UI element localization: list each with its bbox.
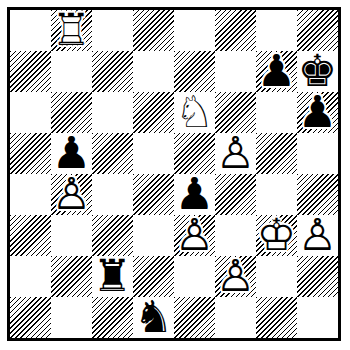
piece-halo: ♜ xyxy=(92,255,133,296)
square-g2[interactable] xyxy=(256,256,297,297)
square-g6[interactable] xyxy=(256,92,297,133)
square-e6[interactable]: ♞♘ xyxy=(174,92,215,133)
square-d1[interactable]: ♞♞ xyxy=(133,297,174,338)
piece-white-rook-b8[interactable]: ♖ xyxy=(51,9,92,50)
square-c5[interactable] xyxy=(92,133,133,174)
square-g1[interactable] xyxy=(256,297,297,338)
square-e1[interactable] xyxy=(174,297,215,338)
square-c2[interactable]: ♜♜ xyxy=(92,256,133,297)
piece-halo: ♟ xyxy=(51,173,92,214)
square-h1[interactable] xyxy=(297,297,338,338)
square-g5[interactable] xyxy=(256,133,297,174)
square-c4[interactable] xyxy=(92,174,133,215)
square-a4[interactable] xyxy=(10,174,51,215)
square-h8[interactable] xyxy=(297,10,338,51)
square-h5[interactable] xyxy=(297,133,338,174)
chess-board: ♜♖♟♟♚♚♞♘♟♟♟♟♟♙♟♙♟♟♟♙♚♔♟♙♜♜♟♙♞♞ xyxy=(10,10,338,338)
piece-white-pawn-e3[interactable]: ♙ xyxy=(174,214,215,255)
square-f2[interactable]: ♟♙ xyxy=(215,256,256,297)
square-c6[interactable] xyxy=(92,92,133,133)
piece-white-pawn-b4[interactable]: ♙ xyxy=(51,173,92,214)
piece-black-knight-d1[interactable]: ♞ xyxy=(133,296,174,337)
square-h7[interactable]: ♚♚ xyxy=(297,51,338,92)
piece-halo: ♚ xyxy=(297,50,338,91)
square-e3[interactable]: ♟♙ xyxy=(174,215,215,256)
square-a3[interactable] xyxy=(10,215,51,256)
square-b6[interactable] xyxy=(51,92,92,133)
square-g4[interactable] xyxy=(256,174,297,215)
piece-black-king-h7[interactable]: ♚ xyxy=(297,50,338,91)
square-h4[interactable] xyxy=(297,174,338,215)
piece-halo: ♟ xyxy=(256,50,297,91)
piece-halo: ♟ xyxy=(215,132,256,173)
piece-halo: ♞ xyxy=(174,91,215,132)
piece-halo: ♟ xyxy=(174,214,215,255)
square-h6[interactable]: ♟♟ xyxy=(297,92,338,133)
piece-black-pawn-e4[interactable]: ♟ xyxy=(174,173,215,214)
piece-halo: ♜ xyxy=(51,9,92,50)
square-e2[interactable] xyxy=(174,256,215,297)
square-a7[interactable] xyxy=(10,51,51,92)
square-b8[interactable]: ♜♖ xyxy=(51,10,92,51)
square-a8[interactable] xyxy=(10,10,51,51)
square-f3[interactable] xyxy=(215,215,256,256)
piece-black-pawn-b5[interactable]: ♟ xyxy=(51,132,92,173)
board-frame: ♜♖♟♟♚♚♞♘♟♟♟♟♟♙♟♙♟♟♟♙♚♔♟♙♜♜♟♙♞♞ xyxy=(7,7,341,341)
piece-halo: ♟ xyxy=(215,255,256,296)
square-f6[interactable] xyxy=(215,92,256,133)
piece-white-king-g3[interactable]: ♔ xyxy=(256,214,297,255)
square-a2[interactable] xyxy=(10,256,51,297)
square-d7[interactable] xyxy=(133,51,174,92)
square-c8[interactable] xyxy=(92,10,133,51)
square-f5[interactable]: ♟♙ xyxy=(215,133,256,174)
square-e5[interactable] xyxy=(174,133,215,174)
square-f4[interactable] xyxy=(215,174,256,215)
square-h2[interactable] xyxy=(297,256,338,297)
piece-halo: ♟ xyxy=(51,132,92,173)
square-b1[interactable] xyxy=(51,297,92,338)
square-d2[interactable] xyxy=(133,256,174,297)
square-f1[interactable] xyxy=(215,297,256,338)
square-c7[interactable] xyxy=(92,51,133,92)
piece-halo: ♟ xyxy=(297,214,338,255)
square-f8[interactable] xyxy=(215,10,256,51)
square-b2[interactable] xyxy=(51,256,92,297)
square-d4[interactable] xyxy=(133,174,174,215)
square-d8[interactable] xyxy=(133,10,174,51)
piece-black-rook-c2[interactable]: ♜ xyxy=(92,255,133,296)
piece-black-pawn-h6[interactable]: ♟ xyxy=(297,91,338,132)
piece-white-pawn-f5[interactable]: ♙ xyxy=(215,132,256,173)
square-a5[interactable] xyxy=(10,133,51,174)
piece-black-pawn-g7[interactable]: ♟ xyxy=(256,50,297,91)
piece-white-pawn-f2[interactable]: ♙ xyxy=(215,255,256,296)
square-g7[interactable]: ♟♟ xyxy=(256,51,297,92)
square-e8[interactable] xyxy=(174,10,215,51)
square-g3[interactable]: ♚♔ xyxy=(256,215,297,256)
square-e4[interactable]: ♟♟ xyxy=(174,174,215,215)
piece-white-pawn-h3[interactable]: ♙ xyxy=(297,214,338,255)
square-g8[interactable] xyxy=(256,10,297,51)
square-b3[interactable] xyxy=(51,215,92,256)
square-b7[interactable] xyxy=(51,51,92,92)
square-a6[interactable] xyxy=(10,92,51,133)
piece-white-knight-e6[interactable]: ♘ xyxy=(174,91,215,132)
square-d3[interactable] xyxy=(133,215,174,256)
square-d6[interactable] xyxy=(133,92,174,133)
square-e7[interactable] xyxy=(174,51,215,92)
square-h3[interactable]: ♟♙ xyxy=(297,215,338,256)
square-b5[interactable]: ♟♟ xyxy=(51,133,92,174)
square-f7[interactable] xyxy=(215,51,256,92)
square-d5[interactable] xyxy=(133,133,174,174)
piece-halo: ♞ xyxy=(133,296,174,337)
piece-halo: ♟ xyxy=(174,173,215,214)
square-b4[interactable]: ♟♙ xyxy=(51,174,92,215)
square-c1[interactable] xyxy=(92,297,133,338)
piece-halo: ♟ xyxy=(297,91,338,132)
square-c3[interactable] xyxy=(92,215,133,256)
piece-halo: ♚ xyxy=(256,214,297,255)
chess-diagram-page: ♜♖♟♟♚♚♞♘♟♟♟♟♟♙♟♙♟♟♟♙♚♔♟♙♜♜♟♙♞♞ xyxy=(0,0,350,350)
square-a1[interactable] xyxy=(10,297,51,338)
